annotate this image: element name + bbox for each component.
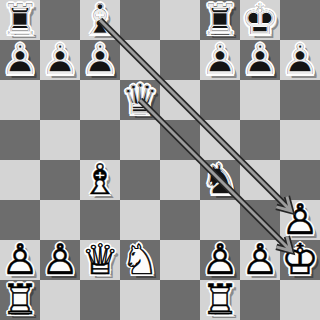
square-d1[interactable] [120, 280, 160, 320]
pawn-outline-glyph: ♙ [280, 200, 320, 240]
square-e3[interactable] [160, 200, 200, 240]
piece-black-rook-f8[interactable]: ♜♖ [200, 0, 240, 40]
square-c6[interactable] [80, 80, 120, 120]
square-e5[interactable] [160, 120, 200, 160]
pawn-outline-glyph: ♙ [0, 40, 40, 80]
square-b8[interactable] [40, 0, 80, 40]
rook-outline-glyph: ♖ [0, 280, 40, 320]
square-d3[interactable] [120, 200, 160, 240]
rook-outline-glyph: ♖ [0, 0, 40, 40]
square-a3[interactable] [0, 200, 40, 240]
pawn-outline-glyph: ♙ [240, 40, 280, 80]
bishop-outline-glyph: ♗ [80, 160, 120, 200]
piece-black-pawn-g7[interactable]: ♟♙ [240, 40, 280, 80]
square-b1[interactable] [40, 280, 80, 320]
square-d7[interactable] [120, 40, 160, 80]
queen-outline-glyph: ♕ [80, 240, 120, 280]
square-f5[interactable] [200, 120, 240, 160]
piece-black-king-g8[interactable]: ♚♔ [240, 0, 280, 40]
chess-board: ♜♖♝♗♜♖♚♔♟♙♟♙♟♙♟♙♟♙♟♙♛♕♝♗♞♘♟♙♟♙♟♙♛♕♞♘♟♙♟♙… [0, 0, 320, 320]
square-c5[interactable] [80, 120, 120, 160]
square-h8[interactable] [280, 0, 320, 40]
square-e1[interactable] [160, 280, 200, 320]
king-outline-glyph: ♔ [280, 240, 320, 280]
square-b6[interactable] [40, 80, 80, 120]
piece-black-pawn-b7[interactable]: ♟♙ [40, 40, 80, 80]
square-a5[interactable] [0, 120, 40, 160]
rook-outline-glyph: ♖ [200, 0, 240, 40]
king-outline-glyph: ♔ [240, 0, 280, 40]
square-f6[interactable] [200, 80, 240, 120]
square-g6[interactable] [240, 80, 280, 120]
square-f3[interactable] [200, 200, 240, 240]
pawn-outline-glyph: ♙ [0, 240, 40, 280]
piece-black-rook-a8[interactable]: ♜♖ [0, 0, 40, 40]
square-c3[interactable] [80, 200, 120, 240]
square-e6[interactable] [160, 80, 200, 120]
piece-white-pawn-f2[interactable]: ♟♙ [200, 240, 240, 280]
square-g3[interactable] [240, 200, 280, 240]
pawn-outline-glyph: ♙ [280, 40, 320, 80]
piece-white-pawn-b2[interactable]: ♟♙ [40, 240, 80, 280]
pawn-outline-glyph: ♙ [80, 40, 120, 80]
rook-outline-glyph: ♖ [200, 280, 240, 320]
piece-white-bishop-c4[interactable]: ♝♗ [80, 160, 120, 200]
square-b3[interactable] [40, 200, 80, 240]
queen-outline-glyph: ♕ [120, 80, 160, 120]
square-b4[interactable] [40, 160, 80, 200]
square-e7[interactable] [160, 40, 200, 80]
pawn-outline-glyph: ♙ [200, 240, 240, 280]
square-g1[interactable] [240, 280, 280, 320]
piece-white-king-h2[interactable]: ♚♔ [280, 240, 320, 280]
pawn-outline-glyph: ♙ [240, 240, 280, 280]
knight-outline-glyph: ♘ [120, 240, 160, 280]
knight-outline-glyph: ♘ [200, 160, 240, 200]
piece-white-pawn-h3[interactable]: ♟♙ [280, 200, 320, 240]
square-h4[interactable] [280, 160, 320, 200]
square-a6[interactable] [0, 80, 40, 120]
square-h6[interactable] [280, 80, 320, 120]
piece-white-pawn-a2[interactable]: ♟♙ [0, 240, 40, 280]
bishop-outline-glyph: ♗ [80, 0, 120, 40]
piece-white-knight-d2[interactable]: ♞♘ [120, 240, 160, 280]
square-e4[interactable] [160, 160, 200, 200]
piece-white-pawn-g2[interactable]: ♟♙ [240, 240, 280, 280]
piece-black-pawn-f7[interactable]: ♟♙ [200, 40, 240, 80]
square-g5[interactable] [240, 120, 280, 160]
pawn-outline-glyph: ♙ [40, 40, 80, 80]
square-b5[interactable] [40, 120, 80, 160]
piece-white-rook-f1[interactable]: ♜♖ [200, 280, 240, 320]
piece-black-knight-f4[interactable]: ♞♘ [200, 160, 240, 200]
square-e8[interactable] [160, 0, 200, 40]
square-h5[interactable] [280, 120, 320, 160]
square-d4[interactable] [120, 160, 160, 200]
square-d5[interactable] [120, 120, 160, 160]
piece-white-rook-a1[interactable]: ♜♖ [0, 280, 40, 320]
square-d8[interactable] [120, 0, 160, 40]
piece-black-bishop-c8[interactable]: ♝♗ [80, 0, 120, 40]
square-g4[interactable] [240, 160, 280, 200]
square-c1[interactable] [80, 280, 120, 320]
piece-white-queen-c2[interactable]: ♛♕ [80, 240, 120, 280]
piece-black-queen-d6[interactable]: ♛♕ [120, 80, 160, 120]
square-e2[interactable] [160, 240, 200, 280]
piece-black-pawn-c7[interactable]: ♟♙ [80, 40, 120, 80]
square-a4[interactable] [0, 160, 40, 200]
pawn-outline-glyph: ♙ [40, 240, 80, 280]
piece-black-pawn-a7[interactable]: ♟♙ [0, 40, 40, 80]
pawn-outline-glyph: ♙ [200, 40, 240, 80]
piece-black-pawn-h7[interactable]: ♟♙ [280, 40, 320, 80]
square-h1[interactable] [280, 280, 320, 320]
